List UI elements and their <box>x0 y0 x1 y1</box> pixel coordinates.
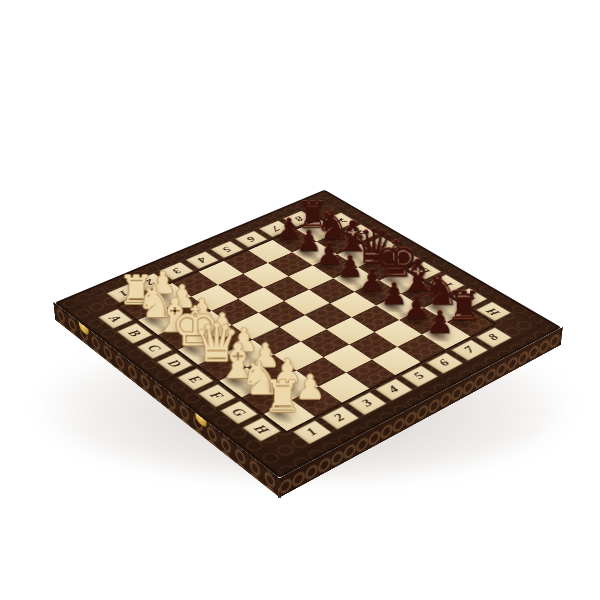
rank-label-left-5-text: 5 <box>219 245 234 254</box>
piece-glyph: ♟ <box>403 307 477 339</box>
rank-label-left-4-text: 4 <box>194 256 209 265</box>
piece-glyph: ♜ <box>243 375 322 419</box>
brass-clasp-2 <box>195 408 207 430</box>
product-photo-stage: ABCDEFGH ABCDEFGH 87654321 87654321 ♜♞♝♛… <box>0 0 600 600</box>
brass-clasp-1 <box>79 317 90 337</box>
rank-label-right-2-text: 2 <box>331 412 349 424</box>
